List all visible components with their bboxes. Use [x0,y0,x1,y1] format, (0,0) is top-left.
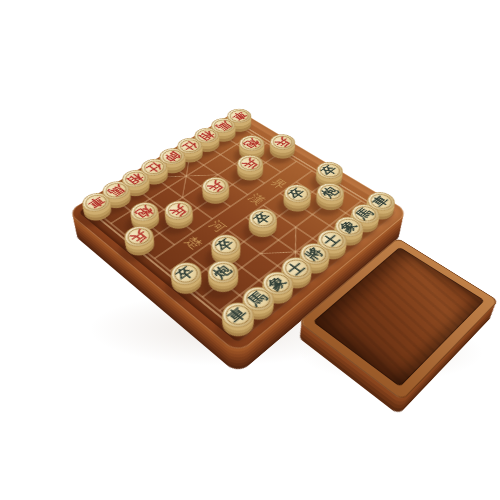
piece-character: 兵 [239,157,259,170]
piece-character: 卒 [251,211,273,226]
piece-character: 炮 [133,204,155,219]
piece-character: 車 [225,305,250,325]
piece-character: 馬 [105,183,126,197]
piece-character: 車 [229,110,248,121]
piece-character: 卒 [319,164,340,177]
piece-character: 相 [196,129,215,141]
piece-character: 兵 [272,136,292,148]
piece-character: 卒 [214,237,237,254]
piece-character: 仕 [179,140,199,152]
piece-character: 兵 [204,179,225,193]
piece-character: 炮 [210,263,234,281]
piece-character: 士 [284,260,307,278]
piece-character: 馬 [213,120,232,132]
piece-character: 卒 [173,265,197,283]
product-photo-stage: 楚河漢界 車馬象士將士象馬車炮炮卒卒卒卒卒兵兵兵兵兵炮炮車馬相仕帥仕相馬車 [0,0,500,500]
piece-character: 炮 [319,185,340,199]
piece-character: 仕 [143,161,163,174]
piece-character: 兵 [167,203,189,218]
piece-character: 卒 [286,186,307,200]
piece-character: 馬 [245,289,269,308]
piece-character: 帥 [162,150,182,163]
piece-character: 象 [265,274,289,292]
piece-character: 車 [85,195,107,210]
piece-character: 炮 [241,137,261,149]
piece-character: 相 [124,172,145,186]
river-label-chu: 楚 [182,234,206,251]
piece-character: 兵 [127,228,150,244]
piece-character: 車 [370,194,391,209]
